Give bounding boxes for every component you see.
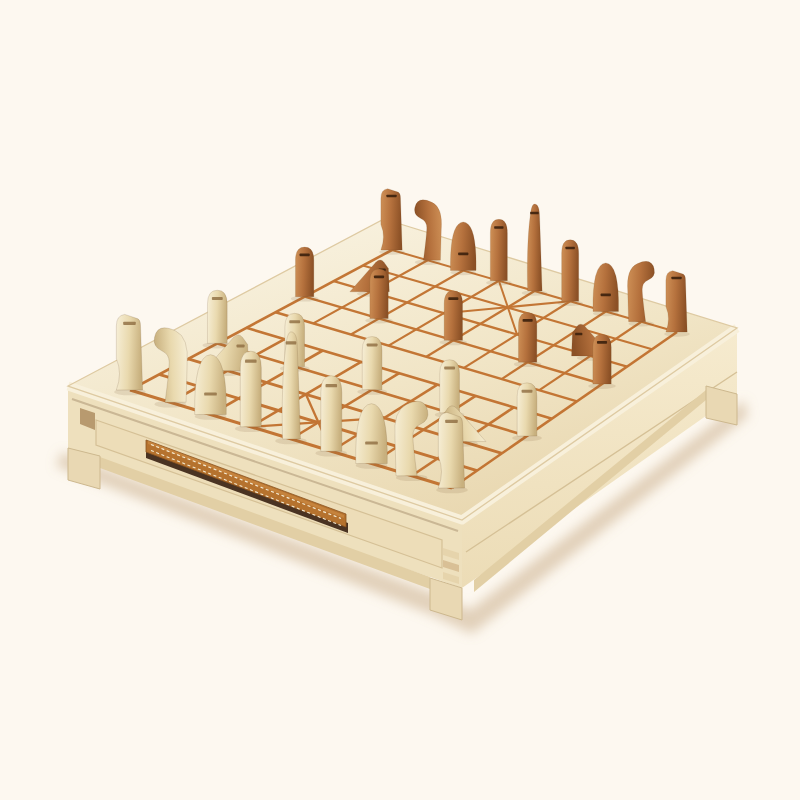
piece-slit [289, 320, 300, 323]
piece-slit [212, 297, 223, 300]
piece-slit [286, 341, 297, 344]
xiangqi-set-scene [0, 0, 800, 800]
piece-light-chariot-i0[interactable] [438, 412, 464, 488]
piece-slit [367, 343, 378, 346]
piece-slit [326, 384, 338, 387]
piece-dark-soldier-g6[interactable] [518, 313, 536, 363]
piece-slit [671, 277, 681, 280]
piece-dark-chariot-a9[interactable] [381, 189, 402, 250]
piece-light-advisor-f0[interactable] [321, 376, 342, 452]
piece-slit [458, 253, 468, 256]
piece-dark-soldier-a6[interactable] [295, 247, 313, 297]
piece-dark-soldier-e6[interactable] [444, 291, 462, 341]
product-photo [0, 0, 800, 800]
piece-slit [522, 390, 533, 393]
piece-dark-advisor-d9[interactable] [490, 219, 507, 280]
piece-dark-soldier-i6[interactable] [593, 334, 611, 384]
piece-slit [523, 319, 533, 322]
piece-slit [494, 226, 503, 229]
piece-slit [448, 297, 458, 300]
piece-slit [123, 322, 136, 325]
piece-dark-soldier-c6[interactable] [370, 269, 388, 319]
piece-slit [444, 367, 455, 370]
piece-slit [245, 360, 257, 363]
piece-slit [204, 392, 217, 395]
piece-slit [601, 294, 611, 297]
piece-dark-chariot-i9[interactable] [666, 271, 687, 332]
piece-slit [374, 275, 384, 278]
piece-light-chariot-a0[interactable] [116, 314, 142, 390]
piece-light-soldier-g3[interactable] [440, 360, 460, 413]
piece-slit [445, 420, 458, 423]
piece-light-soldier-a3[interactable] [207, 290, 227, 343]
piece-light-advisor-d0[interactable] [240, 351, 261, 427]
piece-slit [386, 195, 396, 198]
piece-slit [530, 212, 539, 215]
piece-slit [237, 344, 245, 347]
piece-slit [365, 441, 378, 444]
piece-light-soldier-e3[interactable] [362, 337, 382, 390]
piece-dark-advisor-f9[interactable] [562, 240, 579, 301]
piece-slit [300, 253, 310, 256]
piece-slit [597, 341, 607, 344]
piece-light-soldier-i3[interactable] [517, 383, 537, 436]
piece-slit [575, 333, 582, 336]
piece-slit [565, 247, 574, 250]
